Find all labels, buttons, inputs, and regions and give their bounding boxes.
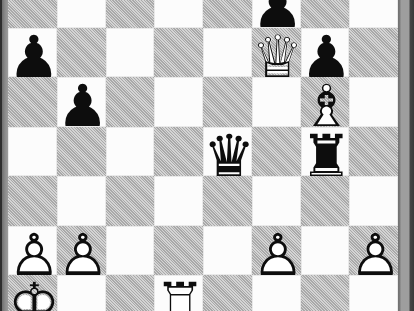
- chess-board: ♟♟♛♕♟♟♝♗♛♜♟♙♟♙♟♙♟♙♚♔♜♖: [8, 0, 398, 311]
- square-g2: [301, 226, 350, 276]
- square-b1: [57, 275, 106, 311]
- square-c5: [106, 77, 155, 127]
- square-f1: [252, 275, 301, 311]
- square-e1: [203, 275, 252, 311]
- square-f5: [252, 77, 301, 127]
- black-pawn: ♟: [57, 77, 106, 127]
- square-b2: ♟♙: [57, 226, 106, 276]
- square-d1: ♜♖: [154, 275, 203, 311]
- square-f6: ♛♕: [252, 28, 301, 78]
- square-h2: ♟♙: [349, 226, 398, 276]
- square-a1: ♚♔: [8, 275, 57, 311]
- square-g5: ♝♗: [301, 77, 350, 127]
- square-c1: [106, 275, 155, 311]
- black-pawn: ♟: [252, 0, 301, 28]
- board-border-right: [398, 0, 414, 311]
- square-a7: [8, 0, 57, 28]
- square-b6: [57, 28, 106, 78]
- square-b7: [57, 0, 106, 28]
- white-bishop: ♝♗: [301, 77, 350, 127]
- square-h5: [349, 77, 398, 127]
- square-d2: [154, 226, 203, 276]
- square-e6: [203, 28, 252, 78]
- square-a4: [8, 127, 57, 177]
- square-f2: ♟♙: [252, 226, 301, 276]
- square-c4: [106, 127, 155, 177]
- square-d5: [154, 77, 203, 127]
- board-border-left: [0, 0, 8, 311]
- square-g1: [301, 275, 350, 311]
- square-d7: [154, 0, 203, 28]
- square-b4: [57, 127, 106, 177]
- black-pawn: ♟: [301, 28, 350, 78]
- square-e7: [203, 0, 252, 28]
- square-e5: [203, 77, 252, 127]
- square-d3: [154, 176, 203, 226]
- chess-diagram: ♟♟♛♕♟♟♝♗♛♜♟♙♟♙♟♙♟♙♚♔♜♖: [0, 0, 414, 311]
- white-pawn: ♟♙: [349, 226, 398, 276]
- square-c2: [106, 226, 155, 276]
- square-a6: ♟: [8, 28, 57, 78]
- square-c3: [106, 176, 155, 226]
- square-g3: [301, 176, 350, 226]
- square-f4: [252, 127, 301, 177]
- square-h7: [349, 0, 398, 28]
- square-h6: [349, 28, 398, 78]
- white-rook: ♜♖: [154, 275, 203, 311]
- white-pawn: ♟♙: [252, 226, 301, 276]
- white-queen: ♛♕: [252, 28, 301, 78]
- square-b5: ♟: [57, 77, 106, 127]
- square-f7: ♟: [252, 0, 301, 28]
- square-c6: [106, 28, 155, 78]
- square-a3: [8, 176, 57, 226]
- white-king: ♚♔: [8, 275, 57, 311]
- square-f3: [252, 176, 301, 226]
- square-h3: [349, 176, 398, 226]
- square-h4: [349, 127, 398, 177]
- square-h1: [349, 275, 398, 311]
- square-e4: ♛: [203, 127, 252, 177]
- square-d6: [154, 28, 203, 78]
- square-e2: [203, 226, 252, 276]
- square-a2: ♟♙: [8, 226, 57, 276]
- square-c7: [106, 0, 155, 28]
- square-d4: [154, 127, 203, 177]
- black-pawn: ♟: [8, 28, 57, 78]
- square-g7: [301, 0, 350, 28]
- square-g6: ♟: [301, 28, 350, 78]
- square-e3: [203, 176, 252, 226]
- black-rook: ♜: [301, 127, 350, 177]
- black-queen: ♛: [203, 127, 252, 177]
- square-g4: ♜: [301, 127, 350, 177]
- square-b3: [57, 176, 106, 226]
- square-a5: [8, 77, 57, 127]
- white-pawn: ♟♙: [57, 226, 106, 276]
- white-pawn: ♟♙: [8, 226, 57, 276]
